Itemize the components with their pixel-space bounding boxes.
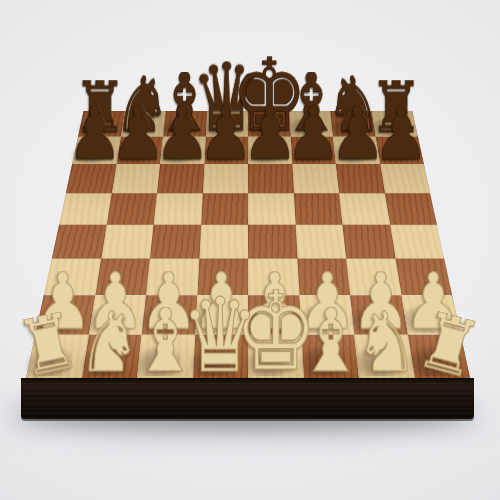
white-bishop-c1: ♝ (132, 306, 199, 374)
square-c1: ♝ (137, 335, 195, 378)
white-rook-a1: ♜ (13, 309, 84, 381)
square-c5 (154, 193, 203, 224)
square-c4 (150, 225, 201, 259)
square-e6 (248, 164, 294, 193)
square-e5 (248, 193, 295, 224)
square-b6 (111, 164, 160, 193)
square-f4 (295, 225, 346, 259)
photo-background: ♜♞♝♛♚♝♞♜♟♟♟♟♟♟♟♟♟♟♟♟♟♟♟♟♜♞♝♛♚♝♞♜ (0, 0, 500, 500)
square-a6 (66, 164, 116, 193)
square-a5 (59, 193, 111, 224)
square-h4 (390, 225, 445, 259)
square-g4 (342, 225, 395, 259)
chess-scene-3d: ♜♞♝♛♚♝♞♜♟♟♟♟♟♟♟♟♟♟♟♟♟♟♟♟♜♞♝♛♚♝♞♜ (26, 111, 470, 378)
square-h5 (385, 193, 437, 224)
square-d1: ♛ (193, 335, 249, 378)
square-h6 (380, 164, 430, 193)
white-bishop-f1: ♝ (298, 306, 365, 374)
square-d6 (202, 164, 248, 193)
square-c6 (157, 164, 204, 193)
square-f1: ♝ (301, 335, 359, 378)
square-a4 (52, 225, 107, 259)
square-g5 (339, 193, 390, 224)
square-e4 (248, 225, 297, 259)
square-h7: ♟ (375, 137, 423, 164)
square-b4 (101, 225, 154, 259)
square-d5 (201, 193, 248, 224)
chess-board: ♜♞♝♛♚♝♞♜♟♟♟♟♟♟♟♟♟♟♟♟♟♟♟♟♜♞♝♛♚♝♞♜ (26, 111, 470, 378)
square-b5 (106, 193, 157, 224)
square-d4 (199, 225, 248, 259)
square-g6 (336, 164, 385, 193)
board-case-front (21, 378, 474, 419)
square-f5 (294, 193, 343, 224)
black-pawn-h7: ♟ (373, 105, 429, 162)
square-f6 (292, 164, 339, 193)
